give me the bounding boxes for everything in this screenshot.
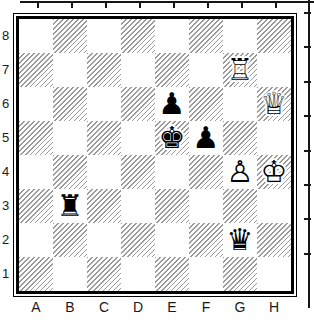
square-b1 [53, 257, 87, 291]
square-e5: ♚ [155, 121, 189, 155]
rank-label-1: 1 [0, 257, 11, 291]
file-labels: A B C D E F G H [19, 299, 291, 315]
rank-label-3: 3 [0, 189, 11, 223]
piece-black-queen: ♛ [223, 223, 257, 257]
square-f1 [189, 257, 223, 291]
square-b3: ♜ [53, 189, 87, 223]
scan-artifact-top-ruler [20, 1, 314, 3]
square-h1 [257, 257, 291, 291]
square-a2 [19, 223, 53, 257]
square-e1 [155, 257, 189, 291]
file-label-a: A [19, 299, 53, 315]
square-d1 [121, 257, 155, 291]
file-label-g: G [223, 299, 257, 315]
scan-artifact-tick [304, 184, 311, 186]
square-d6 [121, 87, 155, 121]
square-d2 [121, 223, 155, 257]
square-f3 [189, 189, 223, 223]
square-d4 [121, 155, 155, 189]
piece-black-pawn: ♟ [155, 87, 189, 121]
rank-labels: 8 7 6 5 4 3 2 1 [0, 19, 11, 291]
piece-black-rook: ♜ [53, 189, 87, 223]
file-label-f: F [189, 299, 223, 315]
file-label-c: C [87, 299, 121, 315]
rank-label-8: 8 [0, 19, 11, 53]
square-g1 [223, 257, 257, 291]
square-b2 [53, 223, 87, 257]
square-c8 [87, 19, 121, 53]
square-c7 [87, 53, 121, 87]
square-c2 [87, 223, 121, 257]
file-label-e: E [155, 299, 189, 315]
scan-artifact-tick [37, 3, 39, 8]
square-b7 [53, 53, 87, 87]
square-a5 [19, 121, 53, 155]
square-a4 [19, 155, 53, 189]
square-f4 [189, 155, 223, 189]
square-a3 [19, 189, 53, 223]
rank-label-2: 2 [0, 223, 11, 257]
scan-artifact-tick [71, 3, 73, 8]
square-h5 [257, 121, 291, 155]
square-h3 [257, 189, 291, 223]
square-h2 [257, 223, 291, 257]
scan-artifact-tick [304, 115, 311, 117]
piece-white-king: ♔ [257, 155, 291, 189]
scan-artifact-right-ruler [308, 0, 310, 308]
square-e8 [155, 19, 189, 53]
square-a8 [19, 19, 53, 53]
square-b8 [53, 19, 87, 53]
square-d7 [121, 53, 155, 87]
piece-white-queen: ♕ [257, 87, 291, 121]
file-label-h: H [257, 299, 291, 315]
file-label-b: B [53, 299, 87, 315]
square-c6 [87, 87, 121, 121]
scan-artifact-tick [139, 3, 141, 8]
square-g5 [223, 121, 257, 155]
square-c3 [87, 189, 121, 223]
square-f8 [189, 19, 223, 53]
square-g6 [223, 87, 257, 121]
square-a1 [19, 257, 53, 291]
piece-black-pawn: ♟ [189, 121, 223, 155]
square-a6 [19, 87, 53, 121]
square-g4: ♙ [223, 155, 257, 189]
square-g7: ♖ [223, 53, 257, 87]
square-b5 [53, 121, 87, 155]
square-b4 [53, 155, 87, 189]
scan-artifact-tick [304, 253, 311, 255]
square-d8 [121, 19, 155, 53]
square-g3 [223, 189, 257, 223]
scan-artifact-tick [304, 12, 311, 14]
rank-label-5: 5 [0, 121, 11, 155]
scan-artifact-tick [207, 3, 209, 8]
rank-label-7: 7 [0, 53, 11, 87]
square-e2 [155, 223, 189, 257]
square-e6: ♟ [155, 87, 189, 121]
scan-artifact-tick [241, 3, 243, 8]
square-f2 [189, 223, 223, 257]
square-g2: ♛ [223, 223, 257, 257]
square-a7 [19, 53, 53, 87]
square-b6 [53, 87, 87, 121]
piece-black-king: ♚ [155, 121, 189, 155]
square-h6: ♕ [257, 87, 291, 121]
square-e7 [155, 53, 189, 87]
scan-artifact-tick [304, 150, 311, 152]
square-e4 [155, 155, 189, 189]
square-f7 [189, 53, 223, 87]
square-c5 [87, 121, 121, 155]
square-e3 [155, 189, 189, 223]
board-frame: ♖♟♕♚♟♙♔♜♛ [13, 13, 297, 297]
square-d3 [121, 189, 155, 223]
scan-artifact-tick [304, 218, 311, 220]
piece-white-pawn: ♙ [223, 155, 257, 189]
scan-artifact-tick [304, 46, 311, 48]
rank-label-4: 4 [0, 155, 11, 189]
square-h4: ♔ [257, 155, 291, 189]
square-c4 [87, 155, 121, 189]
square-c1 [87, 257, 121, 291]
scan-artifact-tick [173, 3, 175, 8]
square-g8 [223, 19, 257, 53]
board: ♖♟♕♚♟♙♔♜♛ [16, 16, 294, 294]
square-h8 [257, 19, 291, 53]
piece-white-rook: ♖ [223, 53, 257, 87]
scan-artifact-tick [304, 81, 311, 83]
square-h7 [257, 53, 291, 87]
scanned-chess-diagram: 8 7 6 5 4 3 2 1 ♖♟♕♚♟♙♔♜♛ A B C D E F G … [0, 0, 314, 320]
scan-artifact-tick [275, 3, 277, 8]
square-d5 [121, 121, 155, 155]
file-label-d: D [121, 299, 155, 315]
rank-label-6: 6 [0, 87, 11, 121]
square-f5: ♟ [189, 121, 223, 155]
square-f6 [189, 87, 223, 121]
scan-artifact-tick [105, 3, 107, 8]
